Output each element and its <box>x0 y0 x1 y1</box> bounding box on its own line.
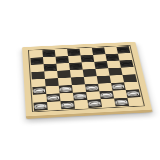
photo-background: ⛂⛂⛂⛂⛂⛂⛂⛂⛂⛂⛂⛂⛂⛂⛂⛂⛂⛂⛂⛂⛂⛂⛂⛂ <box>0 0 160 160</box>
board-frame: ⛂⛂⛂⛂⛂⛂⛂⛂⛂⛂⛂⛂⛂⛂⛂⛂⛂⛂⛂⛂⛂⛂⛂⛂ <box>28 45 145 112</box>
board-grid: ⛂⛂⛂⛂⛂⛂⛂⛂⛂⛂⛂⛂⛂⛂⛂⛂⛂⛂⛂⛂⛂⛂⛂⛂ <box>30 46 143 111</box>
square-e1: ⛂ <box>87 99 102 108</box>
square-b1 <box>47 101 61 110</box>
square-d1 <box>74 100 89 109</box>
square-h1 <box>127 97 142 106</box>
white-man: ⛂ <box>88 99 102 108</box>
white-man: ⛂ <box>34 102 48 111</box>
checkers-board: ⛂⛂⛂⛂⛂⛂⛂⛂⛂⛂⛂⛂⛂⛂⛂⛂⛂⛂⛂⛂⛂⛂⛂⛂ <box>22 42 153 119</box>
square-a1: ⛂ <box>34 102 48 111</box>
white-man: ⛂ <box>61 101 75 110</box>
square-c1: ⛂ <box>60 101 75 110</box>
